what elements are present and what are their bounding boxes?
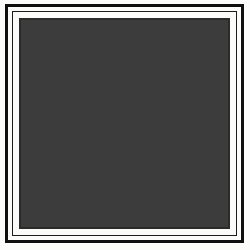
diagram-page (0, 0, 250, 250)
board-inner-frame (12, 11, 237, 236)
board-outer-frame (5, 4, 244, 243)
chess-board (19, 18, 230, 229)
